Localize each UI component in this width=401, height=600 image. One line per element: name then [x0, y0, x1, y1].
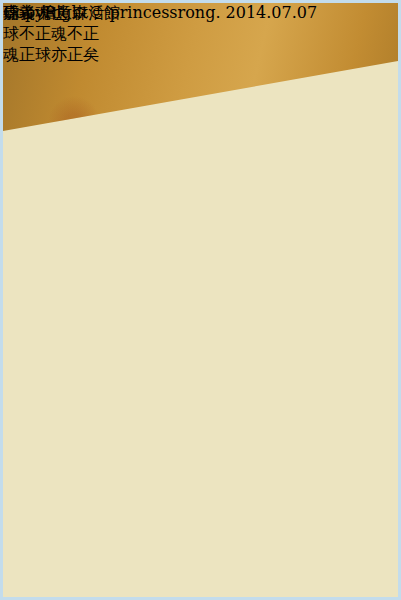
- photograph: 虎 球者魂也 球不正魂不正 魂正球亦正矣 嘉義 檜意森活館 CopyRig: [0, 0, 401, 600]
- calligraphy-column-left: 魂正球亦正矣: [3, 45, 99, 66]
- watermark-copyright: CopyRight© princessrong. 2014.07.07: [3, 3, 317, 22]
- calligraphy-column-middle: 球不正魂不正: [3, 24, 99, 45]
